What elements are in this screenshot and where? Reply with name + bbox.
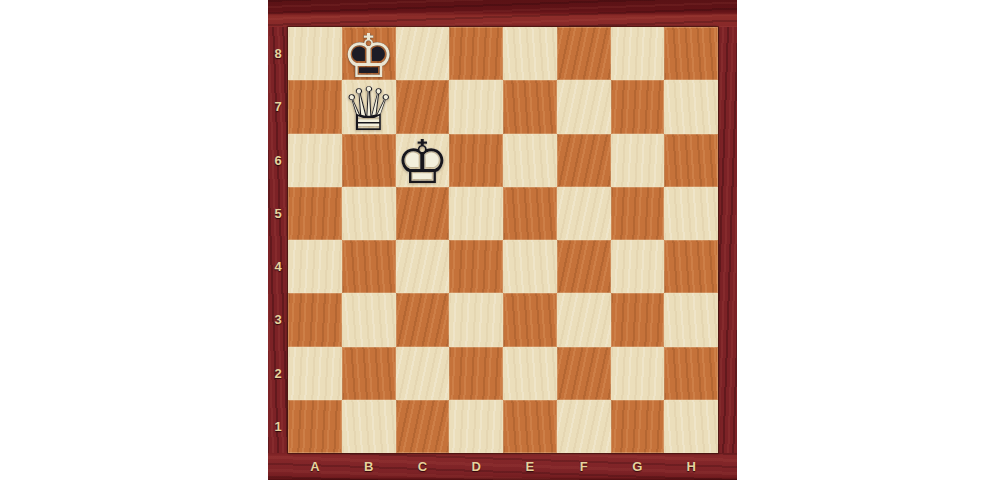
square-e5[interactable] — [503, 187, 557, 240]
square-e8[interactable] — [503, 27, 557, 80]
square-h2[interactable] — [664, 347, 718, 400]
rank-label-4: 4 — [268, 240, 288, 293]
square-c8[interactable] — [396, 27, 450, 80]
square-a4[interactable] — [288, 240, 342, 293]
white-king-outline-glyph: ♔ — [396, 132, 450, 192]
square-g8[interactable] — [611, 27, 665, 80]
square-f3[interactable] — [557, 293, 611, 346]
square-g5[interactable] — [611, 187, 665, 240]
square-d3[interactable] — [449, 293, 503, 346]
square-d4[interactable] — [449, 240, 503, 293]
square-g7[interactable] — [611, 80, 665, 133]
square-f7[interactable] — [557, 80, 611, 133]
file-label-b: B — [342, 453, 396, 480]
square-c3[interactable] — [396, 293, 450, 346]
square-b3[interactable] — [342, 293, 396, 346]
rank-labels: 87654321 — [268, 27, 288, 453]
black-king-outline-glyph: ♔ — [342, 26, 396, 86]
square-a8[interactable] — [288, 27, 342, 80]
square-b1[interactable] — [342, 400, 396, 453]
square-f8[interactable] — [557, 27, 611, 80]
rank-label-1: 1 — [268, 400, 288, 453]
square-c7[interactable] — [396, 80, 450, 133]
square-d2[interactable] — [449, 347, 503, 400]
frame-top-edge — [268, 0, 737, 27]
file-label-a: A — [288, 453, 342, 480]
chess-board: 87654321 ABCDEFGH ♚♔♛♕♚♔ — [268, 0, 737, 480]
file-label-e: E — [503, 453, 557, 480]
square-g4[interactable] — [611, 240, 665, 293]
square-b7[interactable]: ♛♕ — [342, 80, 396, 133]
file-label-g: G — [611, 453, 665, 480]
file-label-c: C — [396, 453, 450, 480]
square-a1[interactable] — [288, 400, 342, 453]
square-a7[interactable] — [288, 80, 342, 133]
white-queen[interactable]: ♛♕ — [342, 80, 396, 133]
square-f6[interactable] — [557, 134, 611, 187]
rank-label-7: 7 — [268, 80, 288, 133]
square-e6[interactable] — [503, 134, 557, 187]
file-labels: ABCDEFGH — [288, 453, 718, 480]
square-h3[interactable] — [664, 293, 718, 346]
file-label-d: D — [449, 453, 503, 480]
square-c5[interactable] — [396, 187, 450, 240]
square-f4[interactable] — [557, 240, 611, 293]
board-grid: ♚♔♛♕♚♔ — [288, 27, 718, 453]
white-queen-outline-glyph: ♕ — [342, 79, 396, 139]
square-b5[interactable] — [342, 187, 396, 240]
black-king-fill-glyph: ♚ — [342, 26, 396, 86]
white-king[interactable]: ♚♔ — [396, 134, 450, 187]
frame-right-edge — [718, 0, 737, 480]
square-d8[interactable] — [449, 27, 503, 80]
square-g1[interactable] — [611, 400, 665, 453]
square-d1[interactable] — [449, 400, 503, 453]
square-f1[interactable] — [557, 400, 611, 453]
square-a3[interactable] — [288, 293, 342, 346]
square-e4[interactable] — [503, 240, 557, 293]
square-e7[interactable] — [503, 80, 557, 133]
square-h5[interactable] — [664, 187, 718, 240]
rank-label-8: 8 — [268, 27, 288, 80]
page-background: 87654321 ABCDEFGH ♚♔♛♕♚♔ — [0, 0, 1000, 480]
square-h4[interactable] — [664, 240, 718, 293]
file-label-f: F — [557, 453, 611, 480]
square-a5[interactable] — [288, 187, 342, 240]
square-e2[interactable] — [503, 347, 557, 400]
square-c1[interactable] — [396, 400, 450, 453]
white-king-fill-glyph: ♚ — [396, 132, 450, 192]
square-h8[interactable] — [664, 27, 718, 80]
rank-label-6: 6 — [268, 134, 288, 187]
square-c2[interactable] — [396, 347, 450, 400]
square-h7[interactable] — [664, 80, 718, 133]
rank-label-2: 2 — [268, 347, 288, 400]
rank-label-3: 3 — [268, 293, 288, 346]
square-g3[interactable] — [611, 293, 665, 346]
square-d6[interactable] — [449, 134, 503, 187]
square-a6[interactable] — [288, 134, 342, 187]
square-h1[interactable] — [664, 400, 718, 453]
square-e1[interactable] — [503, 400, 557, 453]
rank-label-5: 5 — [268, 187, 288, 240]
square-g6[interactable] — [611, 134, 665, 187]
white-queen-fill-glyph: ♛ — [342, 79, 396, 139]
square-c4[interactable] — [396, 240, 450, 293]
file-label-h: H — [664, 453, 718, 480]
square-d5[interactable] — [449, 187, 503, 240]
square-e3[interactable] — [503, 293, 557, 346]
square-a2[interactable] — [288, 347, 342, 400]
square-f2[interactable] — [557, 347, 611, 400]
square-b6[interactable] — [342, 134, 396, 187]
square-h6[interactable] — [664, 134, 718, 187]
square-f5[interactable] — [557, 187, 611, 240]
square-b2[interactable] — [342, 347, 396, 400]
black-king[interactable]: ♚♔ — [342, 27, 396, 80]
square-g2[interactable] — [611, 347, 665, 400]
square-d7[interactable] — [449, 80, 503, 133]
square-b8[interactable]: ♚♔ — [342, 27, 396, 80]
square-b4[interactable] — [342, 240, 396, 293]
square-c6[interactable]: ♚♔ — [396, 134, 450, 187]
